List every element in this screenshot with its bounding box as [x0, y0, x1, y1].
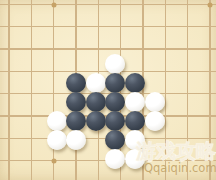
- black-stone: [125, 73, 145, 93]
- white-stone: [125, 92, 145, 112]
- white-stone: [105, 54, 125, 74]
- black-stone: [66, 111, 86, 131]
- white-stone: [145, 92, 165, 112]
- white-stone: [145, 111, 165, 131]
- white-stone: [86, 73, 106, 93]
- watermark-url: Qqaiqin.com: [144, 162, 216, 175]
- white-stone: [47, 130, 67, 150]
- black-stone: [86, 92, 106, 112]
- white-stone: [47, 111, 67, 131]
- white-stone: [66, 130, 86, 150]
- gomoku-board: 游戏攻略 Qqaiqin.com: [0, 0, 216, 180]
- star-point: [52, 158, 57, 163]
- black-stone: [86, 111, 106, 131]
- star-point: [208, 2, 213, 7]
- watermark-title: 游戏攻略: [136, 140, 216, 162]
- star-point: [52, 2, 57, 7]
- black-stone: [105, 130, 125, 150]
- black-stone: [66, 73, 86, 93]
- black-stone: [105, 73, 125, 93]
- black-stone: [105, 92, 125, 112]
- white-stone: [105, 149, 125, 169]
- black-stone: [125, 111, 145, 131]
- black-stone: [105, 111, 125, 131]
- black-stone: [66, 92, 86, 112]
